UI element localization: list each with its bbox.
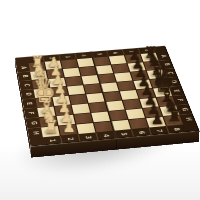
square-g7: ♟	[142, 107, 161, 118]
square-f1: ♝	[37, 106, 55, 117]
square-b8: ♞	[143, 61, 161, 70]
square-f3	[71, 103, 89, 113]
square-d4	[83, 83, 101, 93]
white-rook: ♜	[43, 118, 58, 135]
square-e3	[69, 94, 87, 104]
square-c2: ♟	[48, 77, 66, 87]
square-f6	[122, 99, 141, 109]
square-b6	[111, 63, 129, 72]
coordinate-label: E	[22, 98, 37, 109]
square-f8: ♝	[156, 96, 175, 106]
square-f7: ♟	[139, 97, 158, 107]
square-b2: ♟	[46, 69, 63, 78]
chess-set-photo: ABCDEFGH ABCDEFGH 12345678 12345678 ♜♟♟♜…	[0, 0, 200, 200]
square-a8: ♜	[140, 52, 158, 61]
square-b7: ♟	[127, 62, 145, 71]
square-e4	[86, 92, 104, 102]
coordinate-label: F	[23, 107, 38, 118]
square-d3	[67, 85, 85, 95]
square-f2: ♟	[54, 105, 72, 115]
coordinate-label: D	[20, 88, 35, 98]
square-e2: ♟	[52, 95, 70, 105]
square-g1: ♞	[39, 116, 57, 127]
square-d7: ♟	[133, 79, 152, 89]
square-d1: ♛	[33, 88, 51, 98]
coordinate-label: C	[18, 79, 32, 89]
square-a6	[108, 55, 126, 64]
white-pawn: ♟	[55, 90, 68, 104]
square-d6	[116, 80, 134, 90]
square-c6	[114, 72, 132, 82]
coordinate-label: B	[17, 71, 31, 81]
board-squares: ♜♟♟♜♞♟♟♞♝♟♟♝♛♟♟♛♚♟♟♚♝♟♟♝♞♟♟♞♜♟♟♜	[28, 52, 183, 136]
square-a1: ♜	[28, 61, 45, 70]
square-b3	[62, 67, 79, 76]
square-a2: ♟	[44, 60, 61, 69]
board-frame: ABCDEFGH ABCDEFGH 12345678 12345678 ♜♟♟♜…	[14, 45, 199, 146]
square-g3	[73, 113, 92, 124]
square-b4	[79, 66, 97, 75]
square-a4	[76, 57, 93, 66]
square-h7: ♟	[146, 116, 166, 127]
square-c3	[64, 76, 82, 86]
square-a7: ♟	[124, 54, 142, 63]
coordinate-label: G	[25, 117, 40, 128]
square-h6	[128, 118, 147, 129]
square-c1: ♝	[31, 79, 48, 89]
square-b1: ♞	[30, 70, 47, 79]
square-h2: ♟	[58, 124, 77, 135]
square-h3	[76, 122, 95, 133]
square-c7: ♟	[130, 70, 148, 80]
square-f4	[88, 102, 107, 112]
coordinate-label: H	[27, 127, 43, 138]
square-d2: ♟	[50, 86, 68, 96]
square-f5	[105, 100, 124, 110]
square-g6	[125, 108, 144, 119]
square-e8: ♚	[153, 87, 172, 97]
square-e1: ♚	[35, 97, 53, 107]
square-c4	[81, 74, 99, 84]
square-a3	[60, 59, 77, 68]
white-pawn: ♟	[58, 99, 71, 113]
square-e7: ♟	[136, 88, 155, 98]
square-e6	[119, 89, 138, 99]
square-c8: ♝	[146, 69, 164, 78]
square-h8: ♜	[163, 115, 183, 126]
box-front-seam	[115, 138, 117, 149]
square-g2: ♟	[56, 114, 75, 125]
chessboard: ABCDEFGH ABCDEFGH 12345678 12345678 ♜♟♟♜…	[14, 45, 199, 146]
square-h1: ♜	[41, 126, 60, 137]
